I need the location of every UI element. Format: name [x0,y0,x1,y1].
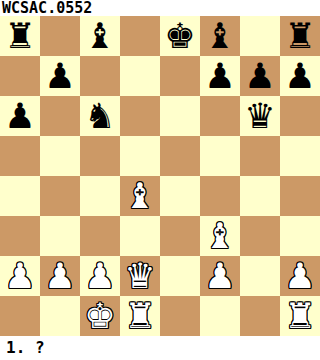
square-e2[interactable] [160,256,200,296]
square-b8[interactable] [40,16,80,56]
square-a1[interactable] [0,296,40,336]
square-f7[interactable]: ♟ [200,56,240,96]
square-c2[interactable]: ♟ [80,256,120,296]
square-b2[interactable]: ♟ [40,256,80,296]
square-e4[interactable] [160,176,200,216]
piece-black-bishop[interactable]: ♝ [84,16,115,56]
piece-black-king[interactable]: ♚ [164,16,195,56]
square-e6[interactable] [160,96,200,136]
square-d3[interactable] [120,216,160,256]
square-c8[interactable]: ♝ [80,16,120,56]
square-f1[interactable] [200,296,240,336]
square-g7[interactable]: ♟ [240,56,280,96]
square-a8[interactable]: ♜ [0,16,40,56]
square-c3[interactable] [80,216,120,256]
square-h7[interactable]: ♟ [280,56,320,96]
piece-white-queen[interactable]: ♛ [124,256,155,296]
square-g5[interactable] [240,136,280,176]
piece-white-rook[interactable]: ♜ [124,296,155,336]
square-b5[interactable] [40,136,80,176]
square-a4[interactable] [0,176,40,216]
piece-black-bishop[interactable]: ♝ [204,16,235,56]
square-h4[interactable] [280,176,320,216]
square-b7[interactable]: ♟ [40,56,80,96]
square-e8[interactable]: ♚ [160,16,200,56]
piece-black-pawn[interactable]: ♟ [44,56,75,96]
square-g4[interactable] [240,176,280,216]
puzzle-title: WCSAC.0552 [2,1,92,16]
square-c1[interactable]: ♚ [80,296,120,336]
square-d5[interactable] [120,136,160,176]
piece-black-pawn[interactable]: ♟ [244,56,275,96]
square-a7[interactable] [0,56,40,96]
piece-black-pawn[interactable]: ♟ [284,56,315,96]
square-d7[interactable] [120,56,160,96]
square-c5[interactable] [80,136,120,176]
square-a5[interactable] [0,136,40,176]
square-e7[interactable] [160,56,200,96]
piece-white-pawn[interactable]: ♟ [204,256,235,296]
square-d4[interactable]: ♝ [120,176,160,216]
piece-white-bishop[interactable]: ♝ [204,216,235,256]
piece-black-queen[interactable]: ♛ [244,96,275,136]
square-g8[interactable] [240,16,280,56]
square-g2[interactable] [240,256,280,296]
square-b1[interactable] [40,296,80,336]
square-e5[interactable] [160,136,200,176]
chess-board: ♜♝♚♝♜♟♟♟♟♟♞♛♝♝♟♟♟♛♟♟♚♜♜ [0,16,320,336]
square-c4[interactable] [80,176,120,216]
piece-black-pawn[interactable]: ♟ [4,96,35,136]
piece-black-rook[interactable]: ♜ [284,16,315,56]
piece-black-rook[interactable]: ♜ [4,16,35,56]
square-f3[interactable]: ♝ [200,216,240,256]
piece-black-knight[interactable]: ♞ [84,96,115,136]
square-f4[interactable] [200,176,240,216]
square-a2[interactable]: ♟ [0,256,40,296]
piece-white-pawn[interactable]: ♟ [84,256,115,296]
square-b4[interactable] [40,176,80,216]
square-e1[interactable] [160,296,200,336]
square-g6[interactable]: ♛ [240,96,280,136]
square-d6[interactable] [120,96,160,136]
square-h8[interactable]: ♜ [280,16,320,56]
piece-white-king[interactable]: ♚ [84,296,115,336]
square-d8[interactable] [120,16,160,56]
square-f6[interactable] [200,96,240,136]
square-f2[interactable]: ♟ [200,256,240,296]
square-a6[interactable]: ♟ [0,96,40,136]
square-d2[interactable]: ♛ [120,256,160,296]
square-h1[interactable]: ♜ [280,296,320,336]
square-h2[interactable]: ♟ [280,256,320,296]
square-a3[interactable] [0,216,40,256]
square-g3[interactable] [240,216,280,256]
square-f5[interactable] [200,136,240,176]
square-b3[interactable] [40,216,80,256]
piece-white-rook[interactable]: ♜ [284,296,315,336]
square-c7[interactable] [80,56,120,96]
square-b6[interactable] [40,96,80,136]
square-h5[interactable] [280,136,320,176]
piece-white-pawn[interactable]: ♟ [4,256,35,296]
piece-white-bishop[interactable]: ♝ [124,176,155,216]
square-g1[interactable] [240,296,280,336]
piece-white-pawn[interactable]: ♟ [284,256,315,296]
square-e3[interactable] [160,216,200,256]
square-d1[interactable]: ♜ [120,296,160,336]
square-f8[interactable]: ♝ [200,16,240,56]
square-h6[interactable] [280,96,320,136]
piece-black-pawn[interactable]: ♟ [204,56,235,96]
square-h3[interactable] [280,216,320,256]
move-prompt: 1. ? [6,340,45,356]
piece-white-pawn[interactable]: ♟ [44,256,75,296]
square-c6[interactable]: ♞ [80,96,120,136]
